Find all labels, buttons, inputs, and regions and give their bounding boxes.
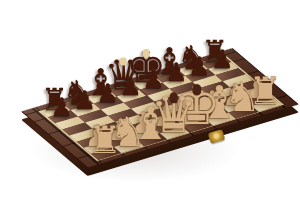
black-pawn: ♟ [50,95,73,121]
pieces-layer: ♜♞♝♛♚♝♞♜♟♟♟♟♟♟♟♟♟♟♟♟♟♟♟♟♜♞♝♛♚♝♞♜ [0,0,300,200]
chess-set-photo: ♜♞♝♛♚♝♞♜♟♟♟♟♟♟♟♟♟♟♟♟♟♟♟♟♜♞♝♛♚♝♞♜ [0,0,300,200]
crown-finial [120,58,127,66]
black-pawn: ♟ [96,81,119,107]
white-rook: ♜ [88,121,121,158]
crown-finial [143,49,150,58]
black-pawn: ♟ [73,88,96,114]
black-pawn: ♟ [211,47,234,73]
